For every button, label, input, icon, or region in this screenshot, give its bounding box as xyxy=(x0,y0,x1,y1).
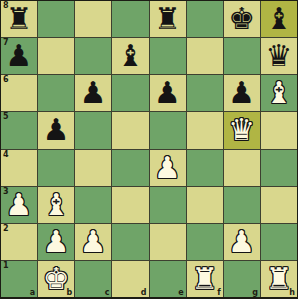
square-c2[interactable]: ♟ xyxy=(75,224,111,260)
square-d2[interactable] xyxy=(112,224,148,260)
white-bishop[interactable]: ♝ xyxy=(43,190,70,220)
square-a3[interactable]: 3♟ xyxy=(1,187,37,223)
square-b6[interactable] xyxy=(38,75,74,111)
white-queen[interactable]: ♛ xyxy=(228,115,255,145)
square-h7[interactable]: ♛ xyxy=(261,38,297,74)
square-e4[interactable]: ♟ xyxy=(150,150,186,186)
square-f5[interactable] xyxy=(187,112,223,148)
chess-board: 8♜♜♚♝7♟♝♛6♟♟♟♝5♟♛4♟3♟♝2♟♟♟1ab♚cdef♜gh♜ xyxy=(0,0,298,299)
square-c4[interactable] xyxy=(75,150,111,186)
white-pawn[interactable]: ♟ xyxy=(80,227,107,257)
square-e6[interactable]: ♟ xyxy=(150,75,186,111)
black-bishop[interactable]: ♝ xyxy=(265,4,292,34)
white-bishop[interactable]: ♝ xyxy=(265,78,292,108)
square-e1[interactable]: e xyxy=(150,261,186,297)
square-g7[interactable] xyxy=(224,38,260,74)
square-c3[interactable] xyxy=(75,187,111,223)
black-pawn[interactable]: ♟ xyxy=(43,115,70,145)
black-pawn[interactable]: ♟ xyxy=(80,78,107,108)
square-a4[interactable]: 4 xyxy=(1,150,37,186)
square-b8[interactable] xyxy=(38,1,74,37)
file-label-e: e xyxy=(178,288,183,297)
square-a8[interactable]: 8♜ xyxy=(1,1,37,37)
square-g3[interactable] xyxy=(224,187,260,223)
square-g8[interactable]: ♚ xyxy=(224,1,260,37)
rank-label-1: 1 xyxy=(3,261,9,270)
square-f3[interactable] xyxy=(187,187,223,223)
square-c8[interactable] xyxy=(75,1,111,37)
square-a2[interactable]: 2 xyxy=(1,224,37,260)
black-pawn[interactable]: ♟ xyxy=(228,78,255,108)
rank-label-5: 5 xyxy=(3,112,9,121)
square-f1[interactable]: f♜ xyxy=(187,261,223,297)
file-label-c: c xyxy=(105,288,110,297)
square-d8[interactable] xyxy=(112,1,148,37)
file-label-d: d xyxy=(141,288,147,297)
white-rook[interactable]: ♜ xyxy=(191,264,218,294)
square-f7[interactable] xyxy=(187,38,223,74)
square-e7[interactable] xyxy=(150,38,186,74)
black-rook[interactable]: ♜ xyxy=(154,4,181,34)
square-f8[interactable] xyxy=(187,1,223,37)
file-label-a: a xyxy=(30,288,35,297)
square-b5[interactable]: ♟ xyxy=(38,112,74,148)
square-b4[interactable] xyxy=(38,150,74,186)
square-h2[interactable] xyxy=(261,224,297,260)
square-h4[interactable] xyxy=(261,150,297,186)
square-b2[interactable]: ♟ xyxy=(38,224,74,260)
square-g1[interactable]: g xyxy=(224,261,260,297)
square-e5[interactable] xyxy=(150,112,186,148)
square-e2[interactable] xyxy=(150,224,186,260)
rank-label-2: 2 xyxy=(3,224,9,233)
square-h6[interactable]: ♝ xyxy=(261,75,297,111)
square-b7[interactable] xyxy=(38,38,74,74)
square-f2[interactable] xyxy=(187,224,223,260)
square-f4[interactable] xyxy=(187,150,223,186)
square-c5[interactable] xyxy=(75,112,111,148)
square-d3[interactable] xyxy=(112,187,148,223)
square-h5[interactable] xyxy=(261,112,297,148)
square-c6[interactable]: ♟ xyxy=(75,75,111,111)
black-bishop[interactable]: ♝ xyxy=(117,41,144,71)
square-d4[interactable] xyxy=(112,150,148,186)
black-pawn[interactable]: ♟ xyxy=(154,78,181,108)
white-pawn[interactable]: ♟ xyxy=(228,227,255,257)
white-pawn[interactable]: ♟ xyxy=(154,153,181,183)
black-rook[interactable]: ♜ xyxy=(6,4,33,34)
black-queen[interactable]: ♛ xyxy=(265,41,292,71)
square-g6[interactable]: ♟ xyxy=(224,75,260,111)
file-label-g: g xyxy=(252,288,258,297)
square-c7[interactable] xyxy=(75,38,111,74)
square-f6[interactable] xyxy=(187,75,223,111)
square-e8[interactable]: ♜ xyxy=(150,1,186,37)
square-h3[interactable] xyxy=(261,187,297,223)
white-pawn[interactable]: ♟ xyxy=(43,227,70,257)
square-g4[interactable] xyxy=(224,150,260,186)
square-d7[interactable]: ♝ xyxy=(112,38,148,74)
white-pawn[interactable]: ♟ xyxy=(6,190,33,220)
square-a7[interactable]: 7♟ xyxy=(1,38,37,74)
black-king[interactable]: ♚ xyxy=(228,4,255,34)
square-e3[interactable] xyxy=(150,187,186,223)
square-a5[interactable]: 5 xyxy=(1,112,37,148)
rank-label-6: 6 xyxy=(3,75,9,84)
square-h1[interactable]: h♜ xyxy=(261,261,297,297)
square-d5[interactable] xyxy=(112,112,148,148)
square-a1[interactable]: 1a xyxy=(1,261,37,297)
square-g5[interactable]: ♛ xyxy=(224,112,260,148)
square-b1[interactable]: b♚ xyxy=(38,261,74,297)
square-a6[interactable]: 6 xyxy=(1,75,37,111)
white-king[interactable]: ♚ xyxy=(43,264,70,294)
square-b3[interactable]: ♝ xyxy=(38,187,74,223)
square-g2[interactable]: ♟ xyxy=(224,224,260,260)
square-h8[interactable]: ♝ xyxy=(261,1,297,37)
rank-label-4: 4 xyxy=(3,150,9,159)
black-pawn[interactable]: ♟ xyxy=(6,41,33,71)
white-rook[interactable]: ♜ xyxy=(265,264,292,294)
square-d1[interactable]: d xyxy=(112,261,148,297)
square-c1[interactable]: c xyxy=(75,261,111,297)
square-d6[interactable] xyxy=(112,75,148,111)
